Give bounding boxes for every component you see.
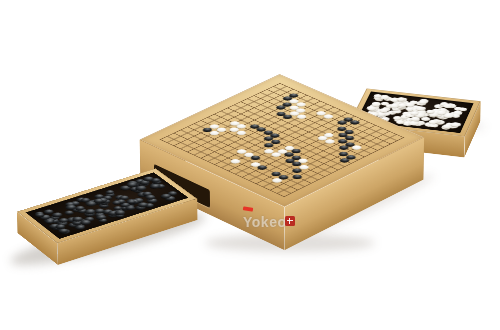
tray-black-stone [132,197,146,204]
tray-black-stone [84,200,98,207]
tray-black-stone [94,214,108,221]
tray-black-stone [92,194,105,200]
tray-black-stone [134,185,147,191]
tray-black-stone [113,194,127,201]
tray-black-stone [101,209,114,215]
tray-black-stone [159,193,172,199]
tray-black-stone [136,191,150,198]
star-point [279,100,283,102]
tray-black-stone [125,199,138,206]
tray-black-stone [42,208,56,215]
tray-black-stone [90,200,102,206]
tray-black-stone [163,195,177,202]
tray-black-stone [141,176,155,183]
tray-black-stone [95,197,109,204]
tray-black-stone [113,209,127,216]
tray-black-stone [133,183,147,190]
tray-black-stone [74,224,87,230]
product-photo: Yokeo [0,0,500,330]
tray-black-stone [97,202,110,208]
tray-black-stone [119,202,131,208]
tray-black-stone [38,214,52,221]
tray-black-stone [124,203,136,209]
tray-black-stone [112,199,125,205]
tray-black-stone [138,179,151,185]
tray-black-stone [74,224,85,230]
tray-black-stone [76,208,89,214]
star-point [319,119,323,121]
tray-black-stone [67,222,79,228]
tray-black-stone [84,200,97,206]
tray-black-stone [114,213,126,219]
tray-black-stone [112,205,124,211]
star-point [321,156,325,158]
tray-black-stone [106,210,120,217]
tray-black-stone [48,218,61,224]
tray-black-stone [115,199,127,205]
tray-black-stone [56,220,70,227]
tray-black-stone [125,180,139,187]
tray-black-stone [88,199,101,205]
tray-white-stone [380,117,390,122]
tray-black-stone [149,178,162,184]
tray-black-stone [117,206,130,212]
tray-black-stone [134,185,148,192]
tray-black-stone [148,183,161,189]
tray-black-stone [71,217,85,224]
tray-black-stone [43,217,57,224]
tray-black-stone [70,216,84,223]
tray-black-stone [129,186,141,192]
tray-black-stone [92,199,105,205]
tray-black-stone [114,199,126,205]
tray-black-stone [73,223,87,230]
tray-black-stone [73,205,87,212]
tray-black-stone [78,219,92,226]
tray-black-stone [52,225,65,231]
black-stone [349,119,362,125]
tray-black-stone [118,195,131,201]
tray-black-stone [55,219,69,226]
tray-black-stone [102,195,114,201]
tray-black-stone [110,200,121,206]
tray-black-stone [85,208,97,214]
watermark-text: Yokeo [243,214,286,230]
tray-black-stone [125,199,138,205]
tray-black-stone [104,190,115,196]
star-point [240,157,244,159]
tray-black-stone [134,182,146,188]
tray-black-stone [79,197,92,203]
tray-black-stone [149,182,162,188]
tray-black-stone [92,198,105,204]
tray-black-stone [83,211,96,217]
tray-black-stone [34,211,45,217]
tray-black-stone [83,208,97,215]
star-point [239,119,243,121]
tray-black-stone [64,204,78,211]
tray-black-stone [99,200,111,206]
tray-black-stone [44,219,56,225]
tray-black-stone [126,181,140,188]
tray-black-stone [100,199,112,205]
tray-black-stone [58,228,71,235]
tray-black-stone [118,185,132,192]
black-stone [249,155,262,161]
tray-black-stone [48,215,61,221]
tray-black-stone [145,197,159,204]
tray-black-stone [131,187,145,194]
tray-black-stone [106,212,119,219]
black-stone [256,164,269,170]
tray-black-stone [134,178,146,184]
tray-black-stone [127,199,140,205]
star-point [361,137,365,139]
tray-black-stone [166,190,179,196]
tray-black-stone [34,212,46,218]
white-stone [351,144,364,150]
tray-black-stone [137,181,151,188]
tray-black-stone [83,216,95,222]
tray-black-stone [92,199,104,205]
tray-black-stone [97,218,109,224]
tray-black-stone [74,197,87,203]
tray-black-stone [134,204,148,211]
tray-black-stone [49,224,62,230]
tray-black-stone [51,212,64,218]
tray-white-stone [371,101,382,106]
tray-black-stone [54,223,67,229]
tray-black-stone [65,216,79,223]
tray-black-stone [93,212,107,219]
tray-black-stone [64,202,76,208]
tray-black-stone [143,203,155,209]
tray-black-stone [151,179,163,185]
tray-black-stone [48,223,62,230]
tray-black-stone [123,205,136,211]
tray-black-stone [154,183,166,189]
star-point [199,138,203,140]
tray-black-stone [69,201,81,207]
tray-black-stone [70,207,83,213]
tray-black-stone [93,208,107,215]
tray-black-stone [57,228,69,234]
tray-black-stone [124,198,138,205]
tray-black-stone [125,181,139,188]
tray-black-stone [136,202,150,209]
star-point [280,138,284,140]
black-stone [291,174,304,180]
tray-black-stone [57,217,70,223]
tray-black-stone [63,210,75,216]
tray-black-stone [144,194,157,200]
white-stone [229,158,242,164]
tray-black-stone [140,191,153,197]
watermark-seal-icon [285,216,295,226]
tray-black-stone [69,219,83,226]
tray-black-stone [119,205,132,211]
tray-black-stone [104,191,117,197]
tray-black-stone [77,218,91,225]
tray-black-stone [112,208,124,214]
